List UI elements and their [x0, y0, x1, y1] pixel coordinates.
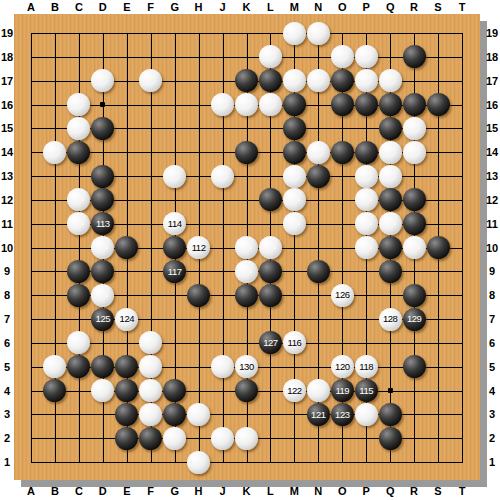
stone-white-J2: [211, 427, 234, 450]
stone-white-D17: [91, 69, 114, 92]
row-label-left-7: 7: [4, 313, 10, 325]
stone-black-D7: 125: [91, 308, 114, 331]
stone-black-D12: [91, 188, 114, 211]
stone-black-L17: [259, 69, 282, 92]
stone-black-N13: [307, 165, 330, 188]
move-number-117: 117: [168, 267, 182, 277]
stone-black-O14: [331, 141, 354, 164]
column-label-top-N: N: [314, 1, 322, 13]
stone-black-P14: [355, 141, 378, 164]
column-label-bottom-A: A: [27, 485, 35, 497]
move-number-126: 126: [335, 290, 349, 300]
column-label-top-Q: Q: [386, 1, 395, 13]
row-label-right-10: 10: [486, 242, 498, 254]
row-label-left-4: 4: [4, 385, 10, 397]
stone-white-D10: [91, 236, 114, 259]
stone-black-G4: [163, 379, 186, 402]
row-label-left-1: 1: [4, 456, 10, 468]
stone-white-M12: [283, 188, 306, 211]
row-label-right-1: 1: [489, 456, 495, 468]
stone-white-H1: [187, 451, 210, 474]
move-number-122: 122: [287, 386, 301, 396]
stone-white-P3: [355, 403, 378, 426]
stone-white-P5: 118: [355, 355, 378, 378]
row-label-right-7: 7: [489, 313, 495, 325]
move-number-116: 116: [288, 338, 302, 348]
stone-white-Q17: [379, 69, 402, 92]
stone-white-P17: [355, 69, 378, 92]
stone-white-K5: 130: [235, 355, 258, 378]
stone-white-O18: [331, 45, 354, 68]
stone-white-F3: [139, 403, 162, 426]
column-label-top-C: C: [75, 1, 83, 13]
column-label-bottom-D: D: [99, 485, 107, 497]
stone-white-N17: [307, 69, 330, 92]
column-label-top-R: R: [410, 1, 418, 13]
stone-black-D13: [91, 165, 114, 188]
stone-black-O16: [331, 93, 354, 116]
stone-white-L16: [259, 93, 282, 116]
column-label-top-D: D: [99, 1, 107, 13]
column-label-top-J: J: [220, 1, 226, 13]
stone-black-R12: [403, 188, 426, 211]
stone-black-G9: 117: [163, 260, 186, 283]
stone-black-L9: [259, 260, 282, 283]
stone-white-O8: 126: [331, 284, 354, 307]
column-label-bottom-G: G: [170, 485, 179, 497]
stone-white-C11: [67, 212, 90, 235]
stone-white-N19: [307, 22, 330, 45]
column-label-bottom-B: B: [51, 485, 59, 497]
move-number-123: 123: [335, 410, 349, 420]
row-label-right-12: 12: [486, 194, 498, 206]
stone-white-D8: [91, 284, 114, 307]
column-label-bottom-F: F: [147, 485, 154, 497]
stone-white-P18: [355, 45, 378, 68]
stone-white-F17: [139, 69, 162, 92]
stone-black-O4: 119: [331, 379, 354, 402]
stone-black-Q12: [379, 188, 402, 211]
move-number-124: 124: [120, 314, 134, 324]
move-number-130: 130: [239, 362, 253, 372]
stone-white-F4: [139, 379, 162, 402]
stone-white-J16: [211, 93, 234, 116]
move-number-125: 125: [96, 314, 110, 324]
move-number-119: 119: [335, 386, 349, 396]
row-label-right-17: 17: [486, 75, 498, 87]
row-label-right-11: 11: [486, 218, 498, 230]
column-label-top-S: S: [434, 1, 441, 13]
stone-white-J13: [211, 165, 234, 188]
column-label-bottom-C: C: [75, 485, 83, 497]
stone-black-G10: [163, 236, 186, 259]
stone-white-C6: [67, 331, 90, 354]
row-label-left-14: 14: [1, 146, 13, 158]
move-number-121: 121: [311, 410, 325, 420]
stone-white-Q13: [379, 165, 402, 188]
stone-black-E10: [115, 236, 138, 259]
row-label-left-10: 10: [1, 242, 13, 254]
stone-white-E7: 124: [115, 308, 138, 331]
stone-black-Q3: [379, 403, 402, 426]
row-label-left-2: 2: [4, 432, 10, 444]
stone-white-F5: [139, 355, 162, 378]
column-label-bottom-K: K: [243, 485, 251, 497]
stone-black-E5: [115, 355, 138, 378]
column-label-bottom-N: N: [314, 485, 322, 497]
stone-black-Q16: [379, 93, 402, 116]
row-label-right-8: 8: [489, 289, 495, 301]
stone-black-C9: [67, 260, 90, 283]
stone-black-L6: 127: [259, 331, 282, 354]
stone-white-J5: [211, 355, 234, 378]
row-label-left-19: 19: [1, 27, 13, 39]
stone-black-E3: [115, 403, 138, 426]
column-label-top-E: E: [123, 1, 130, 13]
column-label-top-M: M: [290, 1, 299, 13]
stone-black-Q10: [379, 236, 402, 259]
row-label-left-11: 11: [1, 218, 13, 230]
row-label-right-18: 18: [486, 51, 498, 63]
stone-white-R15: [403, 117, 426, 140]
stone-black-R18: [403, 45, 426, 68]
stone-white-M13: [283, 165, 306, 188]
row-label-right-19: 19: [486, 27, 498, 39]
move-number-113: 113: [96, 219, 110, 229]
row-label-left-8: 8: [4, 289, 10, 301]
row-label-left-16: 16: [1, 99, 13, 111]
column-label-top-K: K: [243, 1, 251, 13]
column-label-bottom-S: S: [434, 485, 441, 497]
column-label-top-B: B: [51, 1, 59, 13]
stone-black-O17: [331, 69, 354, 92]
stone-black-L12: [259, 188, 282, 211]
stone-white-K10: [235, 236, 258, 259]
stone-black-R7: 129: [403, 308, 426, 331]
stone-white-Q14: [379, 141, 402, 164]
move-number-120: 120: [335, 362, 349, 372]
column-label-bottom-P: P: [363, 485, 370, 497]
stone-black-G3: [163, 403, 186, 426]
stone-black-S10: [427, 236, 450, 259]
go-game-screenshot: 1131141121171261251241281291271161301201…: [0, 0, 500, 500]
stone-black-E4: [115, 379, 138, 402]
row-label-left-17: 17: [1, 75, 13, 87]
stone-black-D15: [91, 117, 114, 140]
column-label-top-H: H: [195, 1, 203, 13]
stone-white-D4: [91, 379, 114, 402]
stone-white-B5: [43, 355, 66, 378]
row-label-right-5: 5: [489, 361, 495, 373]
stone-black-Q15: [379, 117, 402, 140]
stone-white-K2: [235, 427, 258, 450]
stone-white-R10: [403, 236, 426, 259]
stone-black-M16: [283, 93, 306, 116]
column-label-bottom-H: H: [195, 485, 203, 497]
stone-white-M19: [283, 22, 306, 45]
move-number-114: 114: [168, 219, 182, 229]
stone-black-P16: [355, 93, 378, 116]
stone-black-K17: [235, 69, 258, 92]
row-label-left-3: 3: [4, 408, 10, 420]
stone-black-M15: [283, 117, 306, 140]
move-number-115: 115: [359, 386, 373, 396]
stone-white-N14: [307, 141, 330, 164]
row-label-left-18: 18: [1, 51, 13, 63]
stone-white-C12: [67, 188, 90, 211]
stone-black-D5: [91, 355, 114, 378]
stone-black-B4: [43, 379, 66, 402]
stone-white-M6: 116: [283, 331, 306, 354]
stone-black-D9: [91, 260, 114, 283]
stone-black-R11: [403, 212, 426, 235]
stone-black-Q9: [379, 260, 402, 283]
stone-black-R8: [403, 284, 426, 307]
row-label-left-9: 9: [4, 265, 10, 277]
stone-black-C14: [67, 141, 90, 164]
stone-black-R16: [403, 93, 426, 116]
stone-white-M11: [283, 212, 306, 235]
row-label-right-14: 14: [486, 146, 498, 158]
stone-white-G11: 114: [163, 212, 186, 235]
stone-black-K8: [235, 284, 258, 307]
star-point-D16: [100, 102, 105, 107]
column-label-top-P: P: [363, 1, 370, 13]
grid-line-vertical-T: [462, 33, 463, 463]
row-label-left-12: 12: [1, 194, 13, 206]
stone-white-M4: 122: [283, 379, 306, 402]
row-label-left-13: 13: [1, 170, 13, 182]
stone-white-H3: [187, 403, 210, 426]
column-label-bottom-M: M: [290, 485, 299, 497]
row-label-right-16: 16: [486, 99, 498, 111]
stone-black-K4: [235, 379, 258, 402]
row-label-right-9: 9: [489, 265, 495, 277]
column-label-top-T: T: [459, 1, 466, 13]
stone-black-M14: [283, 141, 306, 164]
stone-black-P4: 115: [355, 379, 378, 402]
stone-white-L10: [259, 236, 282, 259]
stone-white-C16: [67, 93, 90, 116]
grid-line-horizontal-1: [31, 462, 463, 463]
stone-white-R14: [403, 141, 426, 164]
stone-black-D11: 113: [91, 212, 114, 235]
stone-white-G2: [163, 427, 186, 450]
stone-black-Q2: [379, 427, 402, 450]
column-label-top-A: A: [27, 1, 35, 13]
move-number-127: 127: [263, 338, 277, 348]
column-label-bottom-E: E: [123, 485, 130, 497]
stone-white-Q11: [379, 212, 402, 235]
stone-black-O3: 123: [331, 403, 354, 426]
go-board[interactable]: 1131141121171261251241281291271161301201…: [14, 14, 480, 480]
column-label-top-F: F: [147, 1, 154, 13]
move-number-129: 129: [407, 314, 421, 324]
stone-black-N3: 121: [307, 403, 330, 426]
row-label-right-3: 3: [489, 408, 495, 420]
row-label-right-2: 2: [489, 432, 495, 444]
stone-black-F2: [139, 427, 162, 450]
stone-white-G13: [163, 165, 186, 188]
column-label-top-G: G: [170, 1, 179, 13]
column-label-top-O: O: [338, 1, 347, 13]
stone-black-C5: [67, 355, 90, 378]
stone-white-P12: [355, 188, 378, 211]
stone-black-L8: [259, 284, 282, 307]
stone-white-K16: [235, 93, 258, 116]
column-label-bottom-T: T: [459, 485, 466, 497]
row-label-right-15: 15: [486, 122, 498, 134]
column-label-bottom-R: R: [410, 485, 418, 497]
stone-white-N4: [307, 379, 330, 402]
stone-white-M17: [283, 69, 306, 92]
row-label-right-4: 4: [489, 385, 495, 397]
stone-black-C8: [67, 284, 90, 307]
stone-white-P13: [355, 165, 378, 188]
stone-black-S16: [427, 93, 450, 116]
stone-white-O5: 120: [331, 355, 354, 378]
move-number-128: 128: [383, 314, 397, 324]
row-label-right-6: 6: [489, 337, 495, 349]
stone-black-R5: [403, 355, 426, 378]
row-label-left-6: 6: [4, 337, 10, 349]
stone-white-B14: [43, 141, 66, 164]
stone-black-K14: [235, 141, 258, 164]
column-label-top-L: L: [267, 1, 274, 13]
star-point-Q4: [388, 388, 393, 393]
stone-white-C15: [67, 117, 90, 140]
column-label-bottom-L: L: [267, 485, 274, 497]
stone-white-F6: [139, 331, 162, 354]
column-label-bottom-O: O: [338, 485, 347, 497]
stone-white-Q7: 128: [379, 308, 402, 331]
move-number-112: 112: [192, 243, 206, 253]
move-number-118: 118: [359, 362, 373, 372]
stone-black-H8: [187, 284, 210, 307]
stone-white-L18: [259, 45, 282, 68]
stone-white-H10: 112: [187, 236, 210, 259]
row-label-left-15: 15: [1, 122, 13, 134]
stone-black-E2: [115, 427, 138, 450]
row-label-left-5: 5: [4, 361, 10, 373]
column-label-bottom-Q: Q: [386, 485, 395, 497]
grid-line-horizontal-6: [31, 343, 463, 344]
row-label-right-13: 13: [486, 170, 498, 182]
column-label-bottom-J: J: [220, 485, 226, 497]
stone-black-N9: [307, 260, 330, 283]
stone-white-K9: [235, 260, 258, 283]
stone-white-P10: [355, 236, 378, 259]
stone-white-P11: [355, 212, 378, 235]
